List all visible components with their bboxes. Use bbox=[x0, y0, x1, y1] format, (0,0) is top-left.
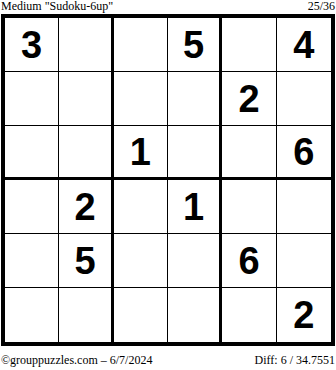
cell-r6c5[interactable] bbox=[222, 288, 276, 342]
cell-r2c2[interactable] bbox=[59, 72, 113, 126]
empty-cell-counter: 25/36 bbox=[308, 0, 335, 13]
cell-r5c4[interactable] bbox=[168, 234, 222, 288]
cell-r6c6[interactable]: 2 bbox=[277, 288, 331, 342]
cell-r1c5[interactable] bbox=[222, 18, 276, 72]
cell-r2c6[interactable] bbox=[277, 72, 331, 126]
cell-r1c1[interactable]: 3 bbox=[5, 18, 59, 72]
cell-r2c3[interactable] bbox=[114, 72, 168, 126]
cell-r5c5[interactable]: 6 bbox=[222, 234, 276, 288]
cell-r6c2[interactable] bbox=[59, 288, 113, 342]
cell-r4c6[interactable] bbox=[277, 180, 331, 234]
cell-r4c4[interactable]: 1 bbox=[168, 180, 222, 234]
cell-r4c2[interactable]: 2 bbox=[59, 180, 113, 234]
header: Medium "Sudoku-6up" 25/36 bbox=[1, 0, 335, 13]
difficulty-rating: Diff: 6 / 34.7551 bbox=[255, 354, 335, 367]
cell-r3c4[interactable] bbox=[168, 126, 222, 180]
cell-r2c1[interactable] bbox=[5, 72, 59, 126]
puzzle-page: Medium "Sudoku-6up" 25/36 35421621562 ©g… bbox=[0, 0, 336, 370]
cell-r6c4[interactable] bbox=[168, 288, 222, 342]
cell-r3c2[interactable] bbox=[59, 126, 113, 180]
cell-r4c5[interactable] bbox=[222, 180, 276, 234]
cell-r4c1[interactable] bbox=[5, 180, 59, 234]
cell-r1c4[interactable]: 5 bbox=[168, 18, 222, 72]
cell-r6c3[interactable] bbox=[114, 288, 168, 342]
cell-r4c3[interactable] bbox=[114, 180, 168, 234]
cell-r5c1[interactable] bbox=[5, 234, 59, 288]
cell-r5c6[interactable] bbox=[277, 234, 331, 288]
cell-r3c1[interactable] bbox=[5, 126, 59, 180]
cell-r3c5[interactable] bbox=[222, 126, 276, 180]
puzzle-title: Medium "Sudoku-6up" bbox=[1, 0, 113, 13]
cell-r3c3[interactable]: 1 bbox=[114, 126, 168, 180]
cell-r1c6[interactable]: 4 bbox=[277, 18, 331, 72]
cell-r5c3[interactable] bbox=[114, 234, 168, 288]
cell-r6c1[interactable] bbox=[5, 288, 59, 342]
cell-r1c3[interactable] bbox=[114, 18, 168, 72]
sudoku-board: 35421621562 bbox=[1, 14, 335, 346]
cell-r2c5[interactable]: 2 bbox=[222, 72, 276, 126]
cell-r5c2[interactable]: 5 bbox=[59, 234, 113, 288]
cell-r3c6[interactable]: 6 bbox=[277, 126, 331, 180]
copyright-date: ©grouppuzzles.com – 6/7/2024 bbox=[1, 354, 152, 367]
footer: ©grouppuzzles.com – 6/7/2024 Diff: 6 / 3… bbox=[1, 354, 335, 367]
cell-r1c2[interactable] bbox=[59, 18, 113, 72]
cell-r2c4[interactable] bbox=[168, 72, 222, 126]
